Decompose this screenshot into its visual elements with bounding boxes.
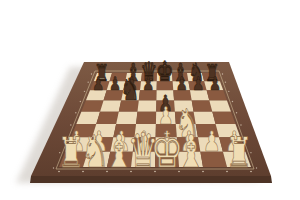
- frame-dot: [88, 81, 89, 82]
- piece-black-pawn-d7: ♟: [142, 73, 154, 95]
- frame-dot: [225, 81, 226, 82]
- frame-dot: [75, 112, 76, 113]
- frame-dot: [53, 167, 54, 168]
- square-b5: [100, 101, 121, 112]
- board-svg: ♜♝♛♚♝♞♜♟♟♟♟♟♟♟♞♟♟♞♟♟♟♟♟♟♟♜♞♝♛♚♝♜: [0, 0, 300, 200]
- frame-dot: [80, 101, 81, 102]
- square-b4: [96, 112, 118, 124]
- chess-board-photo: ♜♝♛♚♝♞♜♟♟♟♟♟♟♟♞♟♟♞♟♟♟♟♟♟♟♜♞♝♛♚♝♜: [0, 0, 300, 200]
- piece-white-rook-h1: ♜: [225, 128, 252, 177]
- frame-dot: [256, 167, 257, 168]
- frame-dot: [222, 73, 223, 74]
- piece-black-pawn-a7: ♟: [92, 73, 104, 95]
- piece-black-king-e8: ♚: [156, 56, 174, 88]
- frame-dot: [84, 91, 85, 92]
- piece-black-pawn-f7: ♟: [176, 73, 188, 95]
- piece-black-knight-c6: ♞: [120, 71, 140, 106]
- frame-dot: [232, 101, 233, 102]
- piece-white-bishop-f1: ♝: [176, 125, 205, 177]
- piece-black-pawn-h7: ♟: [209, 73, 221, 95]
- frame-dot: [228, 91, 229, 92]
- frame-dot: [236, 112, 237, 113]
- piece-black-pawn-g7: ♟: [192, 73, 204, 95]
- square-d5: [137, 101, 156, 112]
